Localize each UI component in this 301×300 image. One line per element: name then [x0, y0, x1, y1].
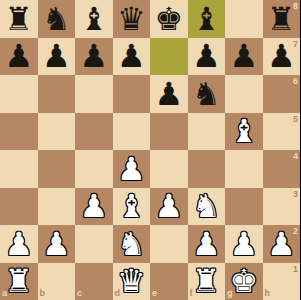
square-a5[interactable]: [0, 113, 38, 151]
square-g5[interactable]: ♝: [225, 113, 263, 151]
square-a1[interactable]: ♜a: [0, 263, 38, 300]
square-g4[interactable]: [225, 150, 263, 188]
piece-black-rook[interactable]: ♜: [0, 0, 38, 38]
square-d6[interactable]: [113, 75, 151, 113]
square-g6[interactable]: [225, 75, 263, 113]
square-g7[interactable]: ♟: [225, 38, 263, 76]
file-label-g: g: [227, 289, 233, 298]
square-h5[interactable]: 5: [263, 113, 301, 151]
piece-white-pawn[interactable]: ♟: [225, 225, 263, 263]
piece-white-pawn[interactable]: ♟: [0, 225, 38, 263]
file-label-f: f: [190, 289, 193, 298]
square-d7[interactable]: ♟: [113, 38, 151, 76]
square-g1[interactable]: ♚g: [225, 263, 263, 300]
square-b2[interactable]: ♟: [38, 225, 76, 263]
piece-white-pawn[interactable]: ♟: [75, 188, 113, 226]
square-a2[interactable]: ♟: [0, 225, 38, 263]
file-label-a: a: [2, 289, 7, 298]
rank-label-6: 6: [293, 77, 298, 86]
rank-label-7: 7: [293, 40, 298, 49]
square-f2[interactable]: ♟: [188, 225, 226, 263]
square-g2[interactable]: ♟: [225, 225, 263, 263]
square-h8[interactable]: ♜8: [263, 0, 301, 38]
piece-black-pawn[interactable]: ♟: [75, 38, 113, 76]
square-d3[interactable]: ♝: [113, 188, 151, 226]
square-d2[interactable]: ♞: [113, 225, 151, 263]
square-c2[interactable]: [75, 225, 113, 263]
square-h6[interactable]: 6: [263, 75, 301, 113]
piece-white-bishop[interactable]: ♝: [113, 188, 151, 226]
square-h3[interactable]: 3: [263, 188, 301, 226]
piece-black-pawn[interactable]: ♟: [225, 38, 263, 76]
piece-black-knight[interactable]: ♞: [38, 0, 76, 38]
square-g8[interactable]: [225, 0, 263, 38]
square-e3[interactable]: ♟: [150, 188, 188, 226]
piece-black-knight[interactable]: ♞: [188, 75, 226, 113]
file-label-b: b: [40, 289, 46, 298]
square-a7[interactable]: ♟: [0, 38, 38, 76]
piece-black-pawn[interactable]: ♟: [188, 38, 226, 76]
square-b6[interactable]: [38, 75, 76, 113]
rank-label-4: 4: [293, 152, 298, 161]
piece-black-queen[interactable]: ♛: [113, 0, 151, 38]
square-h4[interactable]: 4: [263, 150, 301, 188]
rank-label-3: 3: [293, 190, 298, 199]
square-d8[interactable]: ♛: [113, 0, 151, 38]
piece-black-bishop[interactable]: ♝: [188, 0, 226, 38]
piece-black-pawn[interactable]: ♟: [38, 38, 76, 76]
square-f5[interactable]: [188, 113, 226, 151]
piece-black-pawn[interactable]: ♟: [113, 38, 151, 76]
square-a8[interactable]: ♜: [0, 0, 38, 38]
square-f1[interactable]: ♜f: [188, 263, 226, 300]
square-b4[interactable]: [38, 150, 76, 188]
square-f8[interactable]: ♝: [188, 0, 226, 38]
square-f6[interactable]: ♞: [188, 75, 226, 113]
square-e2[interactable]: [150, 225, 188, 263]
square-d4[interactable]: ♟: [113, 150, 151, 188]
square-g3[interactable]: [225, 188, 263, 226]
square-a6[interactable]: [0, 75, 38, 113]
piece-white-rook[interactable]: ♜: [188, 263, 226, 300]
square-c4[interactable]: [75, 150, 113, 188]
square-b5[interactable]: [38, 113, 76, 151]
square-b1[interactable]: b: [38, 263, 76, 300]
square-c1[interactable]: c: [75, 263, 113, 300]
chess-board: ♜♞♝♛♚♝♜8♟♟♟♟♟♟♟7♟♞6♝5♟4♟♝♟♞3♟♟♞♟♟♟2♜abc♛…: [0, 0, 300, 300]
rank-label-8: 8: [293, 2, 298, 11]
piece-black-bishop[interactable]: ♝: [75, 0, 113, 38]
square-e5[interactable]: [150, 113, 188, 151]
piece-white-pawn[interactable]: ♟: [113, 150, 151, 188]
piece-white-pawn[interactable]: ♟: [150, 188, 188, 226]
square-e1[interactable]: e: [150, 263, 188, 300]
square-f4[interactable]: [188, 150, 226, 188]
piece-white-pawn[interactable]: ♟: [38, 225, 76, 263]
square-f3[interactable]: ♞: [188, 188, 226, 226]
piece-black-king[interactable]: ♚: [150, 0, 188, 38]
square-c3[interactable]: ♟: [75, 188, 113, 226]
square-e7[interactable]: [150, 38, 188, 76]
square-d5[interactable]: [113, 113, 151, 151]
square-e4[interactable]: [150, 150, 188, 188]
file-label-e: e: [152, 289, 157, 298]
square-c7[interactable]: ♟: [75, 38, 113, 76]
square-c5[interactable]: [75, 113, 113, 151]
square-c8[interactable]: ♝: [75, 0, 113, 38]
rank-label-5: 5: [293, 115, 298, 124]
file-label-h: h: [265, 289, 271, 298]
piece-black-pawn[interactable]: ♟: [0, 38, 38, 76]
square-b8[interactable]: ♞: [38, 0, 76, 38]
piece-white-knight[interactable]: ♞: [188, 188, 226, 226]
square-b7[interactable]: ♟: [38, 38, 76, 76]
piece-white-knight[interactable]: ♞: [113, 225, 151, 263]
square-e6[interactable]: ♟: [150, 75, 188, 113]
piece-white-pawn[interactable]: ♟: [188, 225, 226, 263]
square-f7[interactable]: ♟: [188, 38, 226, 76]
square-a4[interactable]: [0, 150, 38, 188]
square-h7[interactable]: ♟7: [263, 38, 301, 76]
square-b3[interactable]: [38, 188, 76, 226]
square-h1[interactable]: 1h: [263, 263, 301, 300]
square-d1[interactable]: ♛d: [113, 263, 151, 300]
piece-black-pawn[interactable]: ♟: [150, 75, 188, 113]
file-label-d: d: [115, 289, 121, 298]
piece-white-bishop[interactable]: ♝: [225, 113, 263, 151]
square-c6[interactable]: [75, 75, 113, 113]
file-label-c: c: [77, 289, 82, 298]
square-e8[interactable]: ♚: [150, 0, 188, 38]
rank-label-2: 2: [293, 227, 298, 236]
square-h2[interactable]: ♟2: [263, 225, 301, 263]
rank-label-1: 1: [293, 265, 298, 274]
square-a3[interactable]: [0, 188, 38, 226]
